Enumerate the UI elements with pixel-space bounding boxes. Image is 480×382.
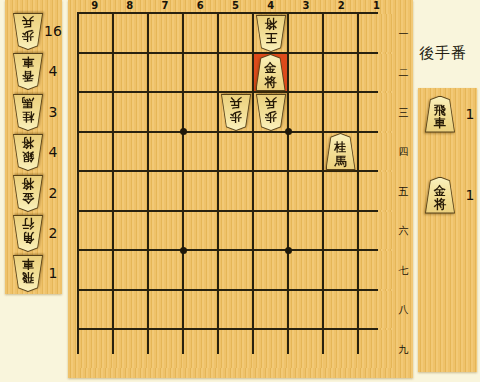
board-cell-1-4[interactable] <box>359 133 392 171</box>
board-cell-3-4[interactable] <box>289 133 322 171</box>
board-cell-8-7[interactable] <box>114 251 147 289</box>
sente-hand-金将[interactable]: 金将 <box>425 177 455 214</box>
koma-body: 飛車 <box>13 255 43 292</box>
koma-face: 飛車 <box>14 256 42 291</box>
piece-2四[interactable]: 桂馬 <box>326 133 356 170</box>
board-cell-3-3[interactable] <box>289 93 322 131</box>
hand-count: 3 <box>44 104 62 120</box>
rank-label: 六 <box>395 212 412 252</box>
koma-body: 王将 <box>256 15 286 52</box>
board-grid <box>77 12 378 354</box>
board-cell-8-1[interactable] <box>114 14 147 52</box>
sente-captured-tray: 飛車1金将1 <box>418 88 477 372</box>
koma-body: 金将 <box>425 177 455 214</box>
koma-body: 歩兵 <box>256 94 286 131</box>
board-cell-7-1[interactable] <box>149 14 182 52</box>
rank-label: 二 <box>395 54 412 94</box>
koma-face: 香車 <box>14 54 42 89</box>
board-cell-8-6[interactable] <box>114 212 147 250</box>
file-label: 1 <box>359 0 394 12</box>
board-cell-6-4[interactable] <box>184 133 217 171</box>
board-cell-3-9[interactable] <box>289 330 322 368</box>
gote-hand-slot-飛車[interactable]: 飛車1 <box>5 254 62 294</box>
rank-label: 九 <box>395 330 412 370</box>
board-cell-6-7[interactable] <box>184 251 217 289</box>
board-cell-8-3[interactable] <box>114 93 147 131</box>
board-cell-9-9[interactable] <box>79 330 112 368</box>
koma-face: 金将 <box>257 55 285 90</box>
rank-label: 七 <box>395 251 412 291</box>
board-cell-4-5[interactable] <box>254 172 287 210</box>
koma-face: 銀将 <box>14 135 42 170</box>
gote-hand-slot-金将[interactable]: 金将2 <box>5 174 62 214</box>
board-cell-8-8[interactable] <box>114 291 147 329</box>
board-cell-2-8[interactable] <box>324 291 357 329</box>
gote-hand-銀将[interactable]: 銀将 <box>13 134 43 171</box>
hand-count: 1 <box>462 106 478 122</box>
board-cell-8-4[interactable] <box>114 133 147 171</box>
file-labels: 987654321 <box>77 0 394 12</box>
board-cell-6-6[interactable] <box>184 212 217 250</box>
piece-4二[interactable]: 金将 <box>256 54 286 91</box>
board-cell-5-2[interactable] <box>219 54 252 92</box>
board-cell-4-7[interactable] <box>254 251 287 289</box>
rank-labels: 一二三四五六七八九 <box>395 14 412 370</box>
board-cell-5-8[interactable] <box>219 291 252 329</box>
board-cell-6-5[interactable] <box>184 172 217 210</box>
gote-hand-slot-歩兵[interactable]: 歩兵16 <box>5 12 62 52</box>
board-cell-1-3[interactable] <box>359 93 392 131</box>
board-cell-2-3[interactable] <box>324 93 357 131</box>
koma-face: 金将 <box>14 176 42 211</box>
board-cell-5-4[interactable] <box>219 133 252 171</box>
sente-hand-飛車[interactable]: 飛車 <box>425 96 455 133</box>
rank-label: 八 <box>395 291 412 331</box>
board-cell-9-3[interactable] <box>79 93 112 131</box>
gote-hand-金将[interactable]: 金将 <box>13 175 43 212</box>
board-cell-9-2[interactable] <box>79 54 112 92</box>
board-cell-2-2[interactable] <box>324 54 357 92</box>
board-cell-9-6[interactable] <box>79 212 112 250</box>
gote-hand-香車[interactable]: 香車 <box>13 53 43 90</box>
koma-body: 金将 <box>13 175 43 212</box>
file-label: 5 <box>218 0 253 12</box>
board-cell-7-9[interactable] <box>149 330 182 368</box>
board-cell-1-7[interactable] <box>359 251 392 289</box>
board-cell-2-1[interactable] <box>324 14 357 52</box>
rank-label: 三 <box>395 93 412 133</box>
hand-count: 2 <box>44 185 62 201</box>
piece-4一[interactable]: 王将 <box>256 15 286 52</box>
koma-face: 王将 <box>257 16 285 51</box>
board-cell-5-6[interactable] <box>219 212 252 250</box>
koma-face: 桂馬 <box>14 95 42 130</box>
hand-count: 2 <box>44 225 62 241</box>
board-cell-8-5[interactable] <box>114 172 147 210</box>
gote-hand-桂馬[interactable]: 桂馬 <box>13 94 43 131</box>
board-cell-7-6[interactable] <box>149 212 182 250</box>
board-cell-5-5[interactable] <box>219 172 252 210</box>
koma-face: 歩兵 <box>14 14 42 49</box>
board-cell-1-8[interactable] <box>359 291 392 329</box>
board-cell-6-9[interactable] <box>184 330 217 368</box>
file-label: 8 <box>112 0 147 12</box>
file-label: 3 <box>288 0 323 12</box>
board-cell-3-5[interactable] <box>289 172 322 210</box>
board-cell-7-5[interactable] <box>149 172 182 210</box>
file-label: 6 <box>183 0 218 12</box>
koma-body: 銀将 <box>13 134 43 171</box>
sente-hand-slot-金将[interactable]: 金将1 <box>418 176 477 216</box>
hand-count: 1 <box>44 265 62 281</box>
turn-indicator: 後手番 <box>419 44 477 63</box>
board-cell-7-3[interactable] <box>149 93 182 131</box>
board-cell-7-8[interactable] <box>149 291 182 329</box>
piece-5三[interactable]: 歩兵 <box>221 94 251 131</box>
koma-face: 桂馬 <box>327 134 355 169</box>
board-cell-9-7[interactable] <box>79 251 112 289</box>
board-cell-3-8[interactable] <box>289 291 322 329</box>
file-label: 7 <box>147 0 182 12</box>
gote-hand-角行[interactable]: 角行 <box>13 215 43 252</box>
board-cell-9-5[interactable] <box>79 172 112 210</box>
hand-count: 4 <box>44 63 62 79</box>
gote-captured-tray: 歩兵16香車4桂馬3銀将4金将2角行2飛車1 <box>5 0 62 294</box>
board-cell-4-6[interactable] <box>254 212 287 250</box>
board-cell-8-2[interactable] <box>114 54 147 92</box>
board-cell-2-6[interactable] <box>324 212 357 250</box>
board-cell-2-7[interactable] <box>324 251 357 289</box>
board-cell-1-6[interactable] <box>359 212 392 250</box>
board-cell-5-1[interactable] <box>219 14 252 52</box>
board-cell-3-2[interactable] <box>289 54 322 92</box>
board-cell-3-1[interactable] <box>289 14 322 52</box>
rank-label: 四 <box>395 133 412 173</box>
gote-hand-歩兵[interactable]: 歩兵 <box>13 13 43 50</box>
koma-face: 金将 <box>426 178 454 213</box>
koma-body: 歩兵 <box>13 13 43 50</box>
board-cell-1-2[interactable] <box>359 54 392 92</box>
piece-4三[interactable]: 歩兵 <box>256 94 286 131</box>
board-cell-6-8[interactable] <box>184 291 217 329</box>
board-cell-2-5[interactable] <box>324 172 357 210</box>
board-cell-1-5[interactable] <box>359 172 392 210</box>
rank-label: 一 <box>395 14 412 54</box>
rank-label: 五 <box>395 172 412 212</box>
koma-body: 桂馬 <box>326 133 356 170</box>
koma-body: 香車 <box>13 53 43 90</box>
board-cell-9-4[interactable] <box>79 133 112 171</box>
board-cell-7-2[interactable] <box>149 54 182 92</box>
shogi-app: 歩兵16香車4桂馬3銀将4金将2角行2飛車1 987654321 一二三四五六七… <box>0 0 480 382</box>
board-cell-9-1[interactable] <box>79 14 112 52</box>
file-label: 4 <box>253 0 288 12</box>
file-label: 9 <box>77 0 112 12</box>
shogi-board-panel: 987654321 一二三四五六七八九 王将金将歩兵歩兵桂馬 <box>68 0 413 378</box>
hand-count: 1 <box>462 187 478 203</box>
board-cell-7-7[interactable] <box>149 251 182 289</box>
hand-count: 4 <box>44 144 62 160</box>
board-cell-4-9[interactable] <box>254 330 287 368</box>
koma-face: 飛車 <box>426 97 454 132</box>
koma-body: 角行 <box>13 215 43 252</box>
gote-hand-slot-銀将[interactable]: 銀将4 <box>5 133 62 173</box>
board-cell-2-9[interactable] <box>324 330 357 368</box>
koma-face: 歩兵 <box>222 95 250 130</box>
koma-face: 角行 <box>14 216 42 251</box>
board-cell-6-3[interactable] <box>184 93 217 131</box>
hand-count: 16 <box>44 23 62 39</box>
board-cell-6-2[interactable] <box>184 54 217 92</box>
gote-hand-slot-角行[interactable]: 角行2 <box>5 214 62 254</box>
koma-body: 歩兵 <box>221 94 251 131</box>
koma-face: 歩兵 <box>257 95 285 130</box>
board-cell-5-7[interactable] <box>219 251 252 289</box>
board-cell-4-8[interactable] <box>254 291 287 329</box>
board-cell-3-6[interactable] <box>289 212 322 250</box>
board-cell-5-9[interactable] <box>219 330 252 368</box>
board-cell-6-1[interactable] <box>184 14 217 52</box>
board-cell-1-9[interactable] <box>359 330 392 368</box>
board-cell-4-4[interactable] <box>254 133 287 171</box>
koma-body: 飛車 <box>425 96 455 133</box>
gote-hand-飛車[interactable]: 飛車 <box>13 255 43 292</box>
board-cell-1-1[interactable] <box>359 14 392 52</box>
board-cell-7-4[interactable] <box>149 133 182 171</box>
gote-hand-slot-香車[interactable]: 香車4 <box>5 52 62 92</box>
board-cell-8-9[interactable] <box>114 330 147 368</box>
file-label: 2 <box>324 0 359 12</box>
board-cell-9-8[interactable] <box>79 291 112 329</box>
koma-body: 金将 <box>256 54 286 91</box>
koma-body: 桂馬 <box>13 94 43 131</box>
sente-hand-slot-飛車[interactable]: 飛車1 <box>418 95 477 135</box>
gote-hand-slot-桂馬[interactable]: 桂馬3 <box>5 93 62 133</box>
board-cell-3-7[interactable] <box>289 251 322 289</box>
